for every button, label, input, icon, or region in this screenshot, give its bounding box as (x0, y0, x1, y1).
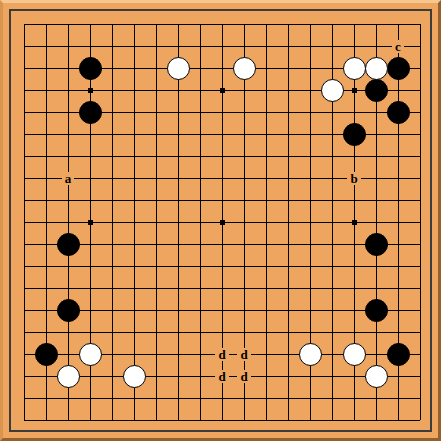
intersection-N4 (277, 343, 299, 365)
intersection-O6 (299, 299, 321, 321)
intersection-L15 (233, 101, 255, 123)
point-label-b-Q12: b (343, 167, 365, 189)
intersection-O19 (299, 13, 321, 35)
intersection-A16 (13, 79, 35, 101)
star-point-D16 (88, 88, 93, 93)
intersection-M1 (255, 409, 277, 431)
intersection-O14 (299, 123, 321, 145)
intersection-J2 (189, 387, 211, 409)
intersection-R5 (365, 321, 387, 343)
intersection-D9 (79, 233, 101, 255)
intersection-O12 (299, 167, 321, 189)
white-stone-O4 (299, 343, 322, 366)
intersection-K13 (211, 145, 233, 167)
intersection-O7 (299, 277, 321, 299)
white-stone-L17 (233, 57, 256, 80)
intersection-M7 (255, 277, 277, 299)
intersection-P3 (321, 365, 343, 387)
intersection-L16 (233, 79, 255, 101)
intersection-D13 (79, 145, 101, 167)
intersection-C7 (57, 277, 79, 299)
intersection-M14 (255, 123, 277, 145)
intersection-M9 (255, 233, 277, 255)
intersection-F12 (123, 167, 145, 189)
intersection-T11 (409, 189, 431, 211)
intersection-B16 (35, 79, 57, 101)
intersection-E3 (101, 365, 123, 387)
intersection-C4 (57, 343, 79, 365)
intersection-T7 (409, 277, 431, 299)
intersection-E8 (101, 255, 123, 277)
intersection-K9 (211, 233, 233, 255)
intersection-Q5 (343, 321, 365, 343)
intersection-B19 (35, 13, 57, 35)
intersection-O10 (299, 211, 321, 233)
intersection-G12 (145, 167, 167, 189)
intersection-S13 (387, 145, 409, 167)
intersection-E15 (101, 101, 123, 123)
intersection-N9 (277, 233, 299, 255)
intersection-T4 (409, 343, 431, 365)
intersection-F5 (123, 321, 145, 343)
intersection-H6 (167, 299, 189, 321)
intersection-B3 (35, 365, 57, 387)
point-label-a-C12: a (57, 167, 79, 189)
intersection-J17 (189, 57, 211, 79)
intersection-M4 (255, 343, 277, 365)
intersection-S5 (387, 321, 409, 343)
intersection-B12 (35, 167, 57, 189)
intersection-S11 (387, 189, 409, 211)
intersection-M6 (255, 299, 277, 321)
intersection-L18 (233, 35, 255, 57)
intersection-O15 (299, 101, 321, 123)
white-stone-F3 (123, 365, 146, 388)
intersection-A19 (13, 13, 35, 35)
intersection-T14 (409, 123, 431, 145)
intersection-P13 (321, 145, 343, 167)
intersection-L2 (233, 387, 255, 409)
intersection-A3 (13, 365, 35, 387)
intersection-O16 (299, 79, 321, 101)
intersection-P4 (321, 343, 343, 365)
intersection-A2 (13, 387, 35, 409)
intersection-J11 (189, 189, 211, 211)
black-stone-C9 (57, 233, 80, 256)
intersection-B7 (35, 277, 57, 299)
intersection-E6 (101, 299, 123, 321)
intersection-C13 (57, 145, 79, 167)
intersection-B15 (35, 101, 57, 123)
intersection-N15 (277, 101, 299, 123)
intersection-C10 (57, 211, 79, 233)
intersection-H3 (167, 365, 189, 387)
black-stone-S4 (387, 343, 410, 366)
white-stone-Q17 (343, 57, 366, 80)
intersection-E16 (101, 79, 123, 101)
intersection-S9 (387, 233, 409, 255)
intersection-R14 (365, 123, 387, 145)
intersection-K14 (211, 123, 233, 145)
intersection-L13 (233, 145, 255, 167)
intersection-Q8 (343, 255, 365, 277)
intersection-M12 (255, 167, 277, 189)
intersection-E2 (101, 387, 123, 409)
intersection-R7 (365, 277, 387, 299)
white-stone-Q4 (343, 343, 366, 366)
intersection-F4 (123, 343, 145, 365)
intersection-O17 (299, 57, 321, 79)
intersection-D19 (79, 13, 101, 35)
intersection-S3 (387, 365, 409, 387)
intersection-R1 (365, 409, 387, 431)
intersection-B14 (35, 123, 57, 145)
intersection-M3 (255, 365, 277, 387)
black-stone-S15 (387, 101, 410, 124)
intersection-L9 (233, 233, 255, 255)
intersection-K5 (211, 321, 233, 343)
intersection-N7 (277, 277, 299, 299)
intersection-F1 (123, 409, 145, 431)
intersection-T16 (409, 79, 431, 101)
intersection-B8 (35, 255, 57, 277)
intersection-A14 (13, 123, 35, 145)
intersection-G14 (145, 123, 167, 145)
intersection-C18 (57, 35, 79, 57)
intersection-M10 (255, 211, 277, 233)
intersection-J13 (189, 145, 211, 167)
intersection-S10 (387, 211, 409, 233)
intersection-N5 (277, 321, 299, 343)
intersection-T3 (409, 365, 431, 387)
intersection-J10 (189, 211, 211, 233)
intersection-K17 (211, 57, 233, 79)
intersection-H15 (167, 101, 189, 123)
intersection-P15 (321, 101, 343, 123)
intersection-G6 (145, 299, 167, 321)
white-stone-R3 (365, 365, 388, 388)
intersection-P19 (321, 13, 343, 35)
intersection-T2 (409, 387, 431, 409)
intersection-K19 (211, 13, 233, 35)
intersection-Q9 (343, 233, 365, 255)
intersection-T19 (409, 13, 431, 35)
intersection-H19 (167, 13, 189, 35)
intersection-E4 (101, 343, 123, 365)
intersection-P18 (321, 35, 343, 57)
intersection-M17 (255, 57, 277, 79)
intersection-N6 (277, 299, 299, 321)
intersection-D18 (79, 35, 101, 57)
intersection-R12 (365, 167, 387, 189)
intersection-H2 (167, 387, 189, 409)
intersection-D8 (79, 255, 101, 277)
intersection-F10 (123, 211, 145, 233)
point-label-d-L3: d (233, 365, 255, 387)
intersection-F14 (123, 123, 145, 145)
intersection-N3 (277, 365, 299, 387)
intersection-M19 (255, 13, 277, 35)
black-stone-S17 (387, 57, 410, 80)
intersection-A6 (13, 299, 35, 321)
intersection-C19 (57, 13, 79, 35)
intersection-N18 (277, 35, 299, 57)
intersection-P12 (321, 167, 343, 189)
intersection-M8 (255, 255, 277, 277)
white-stone-D4 (79, 343, 102, 366)
intersection-A9 (13, 233, 35, 255)
intersection-E18 (101, 35, 123, 57)
intersection-H9 (167, 233, 189, 255)
intersection-F16 (123, 79, 145, 101)
intersection-C11 (57, 189, 79, 211)
intersection-D2 (79, 387, 101, 409)
intersection-L6 (233, 299, 255, 321)
intersection-J6 (189, 299, 211, 321)
point-label-c-S18: c (387, 35, 409, 57)
intersection-F19 (123, 13, 145, 35)
intersection-L10 (233, 211, 255, 233)
intersection-T5 (409, 321, 431, 343)
intersection-E5 (101, 321, 123, 343)
intersection-B11 (35, 189, 57, 211)
intersection-N17 (277, 57, 299, 79)
intersection-D3 (79, 365, 101, 387)
intersection-L8 (233, 255, 255, 277)
intersection-E14 (101, 123, 123, 145)
intersection-C14 (57, 123, 79, 145)
intersection-Q6 (343, 299, 365, 321)
star-point-D10 (88, 220, 93, 225)
intersection-T8 (409, 255, 431, 277)
star-point-K16 (220, 88, 225, 93)
intersection-S7 (387, 277, 409, 299)
intersection-G8 (145, 255, 167, 277)
intersection-K2 (211, 387, 233, 409)
intersection-J18 (189, 35, 211, 57)
intersection-N10 (277, 211, 299, 233)
intersection-G5 (145, 321, 167, 343)
intersection-O1 (299, 409, 321, 431)
intersection-P5 (321, 321, 343, 343)
intersection-R4 (365, 343, 387, 365)
intersection-N14 (277, 123, 299, 145)
intersection-C5 (57, 321, 79, 343)
intersection-J14 (189, 123, 211, 145)
intersection-E17 (101, 57, 123, 79)
intersection-N1 (277, 409, 299, 431)
intersection-J5 (189, 321, 211, 343)
intersection-C16 (57, 79, 79, 101)
black-stone-B4 (35, 343, 58, 366)
intersection-S14 (387, 123, 409, 145)
intersection-D5 (79, 321, 101, 343)
intersection-E9 (101, 233, 123, 255)
intersection-B1 (35, 409, 57, 431)
intersection-H12 (167, 167, 189, 189)
intersection-D11 (79, 189, 101, 211)
intersection-B13 (35, 145, 57, 167)
intersection-F9 (123, 233, 145, 255)
intersection-L7 (233, 277, 255, 299)
intersection-B10 (35, 211, 57, 233)
intersection-G18 (145, 35, 167, 57)
intersection-A10 (13, 211, 35, 233)
intersection-P10 (321, 211, 343, 233)
intersection-C8 (57, 255, 79, 277)
intersection-O8 (299, 255, 321, 277)
intersection-S16 (387, 79, 409, 101)
intersection-G4 (145, 343, 167, 365)
intersection-G17 (145, 57, 167, 79)
intersection-G15 (145, 101, 167, 123)
intersection-G10 (145, 211, 167, 233)
intersection-O9 (299, 233, 321, 255)
intersection-A7 (13, 277, 35, 299)
intersection-F13 (123, 145, 145, 167)
intersection-G11 (145, 189, 167, 211)
intersection-D6 (79, 299, 101, 321)
intersection-N12 (277, 167, 299, 189)
intersection-S8 (387, 255, 409, 277)
intersection-J16 (189, 79, 211, 101)
intersection-S12 (387, 167, 409, 189)
intersection-D12 (79, 167, 101, 189)
intersection-Q13 (343, 145, 365, 167)
white-stone-H17 (167, 57, 190, 80)
go-board-frame: abcdddd (0, 0, 441, 441)
black-stone-D17 (79, 57, 102, 80)
intersection-F11 (123, 189, 145, 211)
intersection-F8 (123, 255, 145, 277)
intersection-F18 (123, 35, 145, 57)
intersection-A1 (13, 409, 35, 431)
intersection-J12 (189, 167, 211, 189)
intersection-A8 (13, 255, 35, 277)
intersection-L11 (233, 189, 255, 211)
intersection-R2 (365, 387, 387, 409)
intersection-J7 (189, 277, 211, 299)
intersection-F15 (123, 101, 145, 123)
intersection-J4 (189, 343, 211, 365)
intersection-S6 (387, 299, 409, 321)
go-board: abcdddd (13, 13, 431, 431)
intersection-K11 (211, 189, 233, 211)
point-label-d-L4: d (233, 343, 255, 365)
intersection-A4 (13, 343, 35, 365)
intersection-L1 (233, 409, 255, 431)
black-stone-Q14 (343, 123, 366, 146)
black-stone-R9 (365, 233, 388, 256)
intersection-T10 (409, 211, 431, 233)
white-stone-P16 (321, 79, 344, 102)
intersection-B2 (35, 387, 57, 409)
intersection-H8 (167, 255, 189, 277)
intersection-A5 (13, 321, 35, 343)
intersection-S1 (387, 409, 409, 431)
intersection-Q15 (343, 101, 365, 123)
intersection-D7 (79, 277, 101, 299)
intersection-G1 (145, 409, 167, 431)
intersection-Q3 (343, 365, 365, 387)
intersection-G19 (145, 13, 167, 35)
point-label-d-K4: d (211, 343, 233, 365)
intersection-P7 (321, 277, 343, 299)
intersection-C15 (57, 101, 79, 123)
intersection-L14 (233, 123, 255, 145)
intersection-M5 (255, 321, 277, 343)
black-stone-R6 (365, 299, 388, 322)
intersection-F17 (123, 57, 145, 79)
intersection-K18 (211, 35, 233, 57)
intersection-H18 (167, 35, 189, 57)
intersection-H16 (167, 79, 189, 101)
intersection-H11 (167, 189, 189, 211)
intersection-T13 (409, 145, 431, 167)
intersection-O11 (299, 189, 321, 211)
intersection-E12 (101, 167, 123, 189)
intersection-B5 (35, 321, 57, 343)
intersection-G7 (145, 277, 167, 299)
intersection-F6 (123, 299, 145, 321)
intersection-L19 (233, 13, 255, 35)
intersection-R15 (365, 101, 387, 123)
intersection-T9 (409, 233, 431, 255)
intersection-P2 (321, 387, 343, 409)
intersection-A15 (13, 101, 35, 123)
intersection-R13 (365, 145, 387, 167)
intersection-R8 (365, 255, 387, 277)
intersection-N13 (277, 145, 299, 167)
intersection-H13 (167, 145, 189, 167)
intersection-M13 (255, 145, 277, 167)
intersection-P9 (321, 233, 343, 255)
intersection-E19 (101, 13, 123, 35)
intersection-O18 (299, 35, 321, 57)
intersection-N19 (277, 13, 299, 35)
intersection-K7 (211, 277, 233, 299)
intersection-J8 (189, 255, 211, 277)
intersection-P14 (321, 123, 343, 145)
intersection-T6 (409, 299, 431, 321)
intersection-Q11 (343, 189, 365, 211)
intersection-L12 (233, 167, 255, 189)
intersection-T18 (409, 35, 431, 57)
intersection-C1 (57, 409, 79, 431)
intersection-Q19 (343, 13, 365, 35)
intersection-H14 (167, 123, 189, 145)
intersection-Q1 (343, 409, 365, 431)
intersection-A12 (13, 167, 35, 189)
intersection-B18 (35, 35, 57, 57)
intersection-K15 (211, 101, 233, 123)
intersection-P1 (321, 409, 343, 431)
intersection-T17 (409, 57, 431, 79)
intersection-J3 (189, 365, 211, 387)
intersection-F2 (123, 387, 145, 409)
intersection-D1 (79, 409, 101, 431)
black-stone-D15 (79, 101, 102, 124)
intersection-F7 (123, 277, 145, 299)
intersection-E11 (101, 189, 123, 211)
star-point-Q10 (352, 220, 357, 225)
intersection-S19 (387, 13, 409, 35)
intersection-B17 (35, 57, 57, 79)
intersection-H10 (167, 211, 189, 233)
intersection-K1 (211, 409, 233, 431)
intersection-B9 (35, 233, 57, 255)
intersection-P6 (321, 299, 343, 321)
